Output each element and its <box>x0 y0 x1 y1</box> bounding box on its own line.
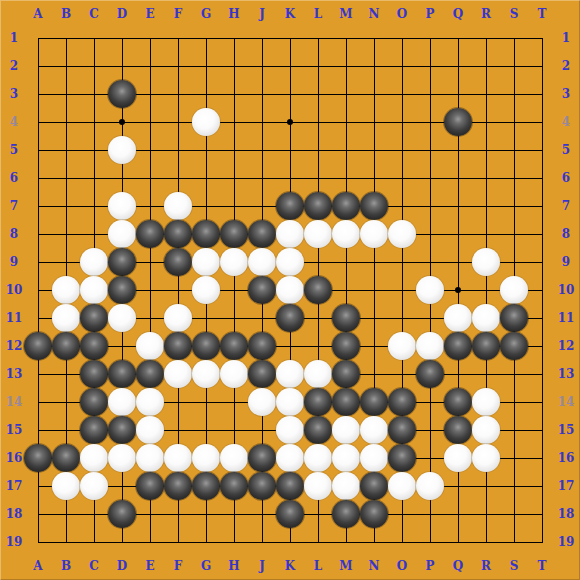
stone-white[interactable] <box>192 248 220 276</box>
column-label-bottom: S <box>500 558 528 574</box>
stone-white[interactable] <box>388 472 416 500</box>
column-label-top: R <box>472 6 500 22</box>
stone-black[interactable] <box>24 444 52 472</box>
stone-white[interactable] <box>192 276 220 304</box>
stone-white[interactable] <box>136 332 164 360</box>
stone-black[interactable] <box>332 388 360 416</box>
stone-white[interactable] <box>416 472 444 500</box>
stone-black[interactable] <box>220 220 248 248</box>
stone-black[interactable] <box>276 192 304 220</box>
stone-black[interactable] <box>444 332 472 360</box>
column-label-bottom: J <box>248 558 276 574</box>
stone-black[interactable] <box>108 80 136 108</box>
go-board: AABBCCDDEEFFGGHHJJKKLLMMNNOOPPQQRRSSTT11… <box>0 0 580 580</box>
stone-white[interactable] <box>52 472 80 500</box>
column-label-bottom: B <box>52 558 80 574</box>
stone-white[interactable] <box>136 444 164 472</box>
stone-black[interactable] <box>80 332 108 360</box>
stone-white[interactable] <box>108 192 136 220</box>
stone-black[interactable] <box>80 304 108 332</box>
stone-white[interactable] <box>388 220 416 248</box>
stone-white[interactable] <box>304 220 332 248</box>
stone-black[interactable] <box>164 332 192 360</box>
column-label-bottom: P <box>416 558 444 574</box>
stone-black[interactable] <box>360 388 388 416</box>
stone-white[interactable] <box>360 220 388 248</box>
stone-black[interactable] <box>304 388 332 416</box>
row-label-right: 8 <box>552 226 580 242</box>
row-label-left: 10 <box>0 282 28 298</box>
row-label-right: 7 <box>552 198 580 214</box>
row-label-right: 4 <box>552 114 580 130</box>
row-label-right: 18 <box>552 506 580 522</box>
row-label-right: 14 <box>552 394 580 410</box>
stone-white[interactable] <box>444 444 472 472</box>
row-label-left: 16 <box>0 450 28 466</box>
row-label-left: 17 <box>0 478 28 494</box>
stone-black[interactable] <box>80 416 108 444</box>
stone-black[interactable] <box>332 500 360 528</box>
stone-white[interactable] <box>472 248 500 276</box>
stone-black[interactable] <box>304 276 332 304</box>
stone-white[interactable] <box>304 472 332 500</box>
column-label-bottom: Q <box>444 558 472 574</box>
stone-white[interactable] <box>248 388 276 416</box>
stone-black[interactable] <box>332 192 360 220</box>
row-label-right: 11 <box>552 310 580 326</box>
stone-white[interactable] <box>332 416 360 444</box>
stone-black[interactable] <box>276 304 304 332</box>
row-label-right: 10 <box>552 282 580 298</box>
column-label-bottom: D <box>108 558 136 574</box>
stone-black[interactable] <box>108 276 136 304</box>
stone-black[interactable] <box>220 332 248 360</box>
stone-black[interactable] <box>304 416 332 444</box>
row-label-right: 1 <box>552 30 580 46</box>
stone-white[interactable] <box>248 248 276 276</box>
column-label-top: C <box>80 6 108 22</box>
stone-white[interactable] <box>416 276 444 304</box>
row-label-left: 4 <box>0 114 28 130</box>
stone-black[interactable] <box>52 444 80 472</box>
stone-black[interactable] <box>136 360 164 388</box>
stone-black[interactable] <box>332 360 360 388</box>
row-label-left: 12 <box>0 338 28 354</box>
stone-black[interactable] <box>444 108 472 136</box>
stone-white[interactable] <box>500 276 528 304</box>
stone-black[interactable] <box>332 332 360 360</box>
stone-black[interactable] <box>136 472 164 500</box>
row-label-right: 19 <box>552 534 580 550</box>
column-label-top: N <box>360 6 388 22</box>
stone-black[interactable] <box>444 388 472 416</box>
stone-black[interactable] <box>388 388 416 416</box>
stone-white[interactable] <box>192 444 220 472</box>
row-label-right: 5 <box>552 142 580 158</box>
stone-black[interactable] <box>136 220 164 248</box>
stone-white[interactable] <box>52 276 80 304</box>
stone-black[interactable] <box>500 332 528 360</box>
stone-black[interactable] <box>248 220 276 248</box>
column-label-top: Q <box>444 6 472 22</box>
stone-white[interactable] <box>108 220 136 248</box>
stone-black[interactable] <box>80 360 108 388</box>
stone-black[interactable] <box>24 332 52 360</box>
row-label-right: 9 <box>552 254 580 270</box>
stone-black[interactable] <box>164 248 192 276</box>
row-label-left: 13 <box>0 366 28 382</box>
stone-white[interactable] <box>472 416 500 444</box>
stone-black[interactable] <box>388 444 416 472</box>
column-label-top: S <box>500 6 528 22</box>
column-label-bottom: N <box>360 558 388 574</box>
stone-black[interactable] <box>108 360 136 388</box>
column-label-top: T <box>528 6 556 22</box>
stone-white[interactable] <box>416 332 444 360</box>
stone-white[interactable] <box>472 444 500 472</box>
column-label-top: H <box>220 6 248 22</box>
stone-white[interactable] <box>108 444 136 472</box>
column-label-top: F <box>164 6 192 22</box>
row-label-left: 9 <box>0 254 28 270</box>
stone-white[interactable] <box>276 220 304 248</box>
column-label-bottom: F <box>164 558 192 574</box>
column-label-top: L <box>304 6 332 22</box>
row-label-left: 11 <box>0 310 28 326</box>
stone-black[interactable] <box>276 472 304 500</box>
stone-black[interactable] <box>248 360 276 388</box>
column-label-top: A <box>24 6 52 22</box>
row-label-left: 1 <box>0 30 28 46</box>
stone-black[interactable] <box>500 304 528 332</box>
stone-black[interactable] <box>248 444 276 472</box>
stone-black[interactable] <box>444 416 472 444</box>
stone-black[interactable] <box>388 416 416 444</box>
stone-white[interactable] <box>192 360 220 388</box>
stone-white[interactable] <box>360 444 388 472</box>
stone-black[interactable] <box>192 220 220 248</box>
stone-black[interactable] <box>360 472 388 500</box>
stone-white[interactable] <box>472 304 500 332</box>
stone-white[interactable] <box>80 276 108 304</box>
stone-black[interactable] <box>108 500 136 528</box>
stone-black[interactable] <box>332 304 360 332</box>
column-label-bottom: T <box>528 558 556 574</box>
column-label-bottom: R <box>472 558 500 574</box>
row-label-left: 7 <box>0 198 28 214</box>
row-label-right: 6 <box>552 170 580 186</box>
stone-white[interactable] <box>360 416 388 444</box>
row-label-left: 18 <box>0 506 28 522</box>
column-label-bottom: E <box>136 558 164 574</box>
stone-black[interactable] <box>248 332 276 360</box>
stone-white[interactable] <box>80 248 108 276</box>
stone-black[interactable] <box>472 332 500 360</box>
stone-white[interactable] <box>276 276 304 304</box>
stone-black[interactable] <box>164 220 192 248</box>
row-label-right: 2 <box>552 58 580 74</box>
column-label-top: K <box>276 6 304 22</box>
stone-black[interactable] <box>164 472 192 500</box>
column-label-bottom: H <box>220 558 248 574</box>
stone-black[interactable] <box>416 360 444 388</box>
stone-white[interactable] <box>108 388 136 416</box>
row-label-right: 15 <box>552 422 580 438</box>
column-label-top: J <box>248 6 276 22</box>
stone-white[interactable] <box>220 248 248 276</box>
stone-white[interactable] <box>164 304 192 332</box>
row-label-left: 3 <box>0 86 28 102</box>
row-label-left: 8 <box>0 226 28 242</box>
stone-white[interactable] <box>192 108 220 136</box>
stone-black[interactable] <box>192 472 220 500</box>
row-label-left: 15 <box>0 422 28 438</box>
star-point <box>287 119 293 125</box>
stone-white[interactable] <box>276 444 304 472</box>
star-point <box>119 119 125 125</box>
column-label-top: E <box>136 6 164 22</box>
row-label-left: 6 <box>0 170 28 186</box>
column-label-bottom: C <box>80 558 108 574</box>
row-label-left: 5 <box>0 142 28 158</box>
stone-white[interactable] <box>52 304 80 332</box>
column-label-top: P <box>416 6 444 22</box>
stone-white[interactable] <box>444 304 472 332</box>
row-label-right: 17 <box>552 478 580 494</box>
stone-black[interactable] <box>304 192 332 220</box>
stone-black[interactable] <box>80 388 108 416</box>
stone-black[interactable] <box>108 248 136 276</box>
stone-white[interactable] <box>220 444 248 472</box>
stone-black[interactable] <box>108 416 136 444</box>
row-label-right: 16 <box>552 450 580 466</box>
stone-black[interactable] <box>360 500 388 528</box>
column-label-bottom: M <box>332 558 360 574</box>
column-label-bottom: A <box>24 558 52 574</box>
row-label-right: 12 <box>552 338 580 354</box>
column-label-top: G <box>192 6 220 22</box>
stone-white[interactable] <box>332 220 360 248</box>
column-label-top: D <box>108 6 136 22</box>
stone-black[interactable] <box>52 332 80 360</box>
column-label-top: O <box>388 6 416 22</box>
stone-white[interactable] <box>164 360 192 388</box>
stone-black[interactable] <box>248 472 276 500</box>
stone-white[interactable] <box>136 416 164 444</box>
stone-black[interactable] <box>248 276 276 304</box>
stone-white[interactable] <box>388 332 416 360</box>
stone-white[interactable] <box>276 248 304 276</box>
stone-white[interactable] <box>108 136 136 164</box>
stone-black[interactable] <box>192 332 220 360</box>
column-label-bottom: K <box>276 558 304 574</box>
stone-black[interactable] <box>360 192 388 220</box>
stone-white[interactable] <box>80 472 108 500</box>
stone-white[interactable] <box>220 360 248 388</box>
column-label-bottom: G <box>192 558 220 574</box>
stone-white[interactable] <box>108 304 136 332</box>
column-label-top: M <box>332 6 360 22</box>
stone-white[interactable] <box>164 444 192 472</box>
row-label-left: 14 <box>0 394 28 410</box>
stone-white[interactable] <box>136 388 164 416</box>
stone-white[interactable] <box>332 444 360 472</box>
row-label-left: 19 <box>0 534 28 550</box>
stone-white[interactable] <box>304 360 332 388</box>
row-label-right: 13 <box>552 366 580 382</box>
column-label-top: B <box>52 6 80 22</box>
column-label-bottom: L <box>304 558 332 574</box>
stone-white[interactable] <box>276 416 304 444</box>
stone-black[interactable] <box>276 500 304 528</box>
stone-white[interactable] <box>276 388 304 416</box>
stone-white[interactable] <box>164 192 192 220</box>
stone-white[interactable] <box>276 360 304 388</box>
column-label-bottom: O <box>388 558 416 574</box>
row-label-right: 3 <box>552 86 580 102</box>
stone-white[interactable] <box>472 388 500 416</box>
stone-black[interactable] <box>220 472 248 500</box>
stone-white[interactable] <box>332 472 360 500</box>
stone-white[interactable] <box>304 444 332 472</box>
stone-white[interactable] <box>80 444 108 472</box>
row-label-left: 2 <box>0 58 28 74</box>
star-point <box>455 287 461 293</box>
